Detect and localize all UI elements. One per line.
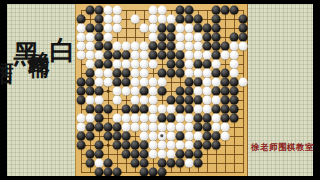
black-stone	[221, 87, 230, 96]
white-stone	[212, 60, 221, 69]
white-stone	[149, 123, 158, 132]
white-stone	[212, 114, 221, 123]
white-stone	[104, 24, 113, 33]
black-stone	[185, 78, 194, 87]
black-stone	[185, 6, 194, 15]
black-stone	[176, 6, 185, 15]
white-stone	[185, 159, 194, 168]
black-stone	[194, 24, 203, 33]
black-stone	[104, 159, 113, 168]
black-stone	[158, 87, 167, 96]
black-stone	[86, 6, 95, 15]
black-stone	[77, 141, 86, 150]
black-stone	[221, 6, 230, 15]
white-stone	[149, 60, 158, 69]
white-stone	[95, 159, 104, 168]
black-stone	[122, 105, 131, 114]
black-stone	[239, 24, 248, 33]
classroom-watermark: 徐老师围棋教室	[251, 142, 314, 154]
black-stone	[203, 141, 212, 150]
black-stone	[194, 123, 203, 132]
white-stone	[131, 15, 140, 24]
black-stone	[212, 105, 221, 114]
white-stone	[140, 69, 149, 78]
black-stone	[167, 24, 176, 33]
white-stone	[113, 42, 122, 51]
white-stone	[104, 6, 113, 15]
white-stone	[95, 96, 104, 105]
black-stone	[113, 69, 122, 78]
black-stone	[176, 51, 185, 60]
black-stone	[185, 96, 194, 105]
black-stone	[95, 15, 104, 24]
black-stone	[140, 159, 149, 168]
black-stone	[95, 150, 104, 159]
white-stone	[113, 87, 122, 96]
black-stone	[167, 51, 176, 60]
white-stone	[131, 96, 140, 105]
black-stone	[113, 132, 122, 141]
white-stone	[77, 51, 86, 60]
white-stone	[113, 96, 122, 105]
white-stone	[194, 105, 203, 114]
white-stone	[185, 132, 194, 141]
star-point	[107, 144, 110, 147]
white-stone	[122, 60, 131, 69]
white-stone	[176, 42, 185, 51]
black-stone	[95, 123, 104, 132]
black-stone	[194, 78, 203, 87]
white-stone	[185, 69, 194, 78]
white-stone	[122, 114, 131, 123]
white-stone	[149, 114, 158, 123]
black-stone	[86, 150, 95, 159]
white-stone	[194, 69, 203, 78]
black-stone	[203, 24, 212, 33]
black-stone	[194, 15, 203, 24]
white-stone	[77, 123, 86, 132]
black-stone	[149, 51, 158, 60]
black-stone	[77, 132, 86, 141]
white-stone	[185, 123, 194, 132]
black-stone	[212, 51, 221, 60]
black-stone	[86, 78, 95, 87]
white-stone	[131, 60, 140, 69]
black-stone	[212, 24, 221, 33]
white-stone	[194, 87, 203, 96]
black-stone	[194, 159, 203, 168]
white-stone	[149, 15, 158, 24]
white-stone	[86, 42, 95, 51]
black-stone	[176, 105, 185, 114]
white-player-name: 赖均辅	[29, 34, 50, 43]
white-stone	[158, 6, 167, 15]
black-stone	[77, 15, 86, 24]
white-stone	[122, 42, 131, 51]
white-stone	[104, 15, 113, 24]
white-stone	[194, 33, 203, 42]
white-stone	[149, 87, 158, 96]
black-stone	[95, 105, 104, 114]
black-stone	[185, 15, 194, 24]
white-stone	[149, 24, 158, 33]
black-stone	[230, 6, 239, 15]
black-stone	[77, 96, 86, 105]
black-stone	[131, 141, 140, 150]
black-stone	[176, 96, 185, 105]
black-stone	[212, 132, 221, 141]
black-stone	[203, 132, 212, 141]
black-stone	[230, 105, 239, 114]
black-stone	[167, 159, 176, 168]
black-stone	[86, 105, 95, 114]
black-stone	[203, 60, 212, 69]
white-stone	[104, 78, 113, 87]
white-stone	[212, 78, 221, 87]
white-stone	[104, 33, 113, 42]
white-stone	[230, 51, 239, 60]
white-stone	[113, 114, 122, 123]
black-stone	[122, 51, 131, 60]
white-stone	[113, 24, 122, 33]
white-stone	[239, 78, 248, 87]
white-stone	[131, 69, 140, 78]
white-stone	[95, 69, 104, 78]
black-stone	[113, 123, 122, 132]
black-stone	[95, 6, 104, 15]
black-stone	[176, 132, 185, 141]
white-stone	[77, 114, 86, 123]
black-stone	[176, 150, 185, 159]
white-stone	[86, 114, 95, 123]
black-stone	[113, 78, 122, 87]
letterbox-bottom	[0, 176, 320, 180]
black-stone	[104, 132, 113, 141]
white-stone	[140, 132, 149, 141]
screenshot-stage: 黑 柯洁 白 赖均辅 徐老师围棋教室	[0, 0, 320, 180]
black-stone	[176, 60, 185, 69]
black-stone	[221, 69, 230, 78]
white-stone	[176, 33, 185, 42]
white-stone	[104, 69, 113, 78]
white-stone	[149, 105, 158, 114]
white-stone	[149, 132, 158, 141]
white-stone	[203, 69, 212, 78]
white-stone	[140, 78, 149, 87]
white-stone	[149, 78, 158, 87]
black-stone	[122, 78, 131, 87]
black-stone	[95, 141, 104, 150]
white-stone	[158, 150, 167, 159]
white-stone	[203, 87, 212, 96]
black-stone	[158, 33, 167, 42]
black-stone	[212, 141, 221, 150]
black-stone	[158, 24, 167, 33]
black-stone	[221, 78, 230, 87]
black-stone	[158, 159, 167, 168]
black-stone	[203, 114, 212, 123]
white-stone	[194, 51, 203, 60]
black-stone	[230, 78, 239, 87]
go-grid	[81, 10, 244, 173]
black-stone	[167, 42, 176, 51]
white-stone	[221, 123, 230, 132]
white-stone	[203, 105, 212, 114]
black-stone	[176, 15, 185, 24]
black-stone	[158, 42, 167, 51]
go-board	[76, 3, 247, 176]
black-stone	[104, 51, 113, 60]
black-stone	[77, 87, 86, 96]
white-stone	[158, 105, 167, 114]
black-stone	[167, 69, 176, 78]
black-stone	[194, 141, 203, 150]
black-stone	[86, 87, 95, 96]
black-stone	[95, 87, 104, 96]
white-stone	[149, 6, 158, 15]
white-stone	[140, 60, 149, 69]
white-stone	[230, 69, 239, 78]
white-stone	[77, 42, 86, 51]
white-stone	[176, 141, 185, 150]
white-stone	[203, 78, 212, 87]
black-stone	[122, 150, 131, 159]
white-stone	[194, 42, 203, 51]
white-stone	[149, 33, 158, 42]
white-stone	[149, 141, 158, 150]
white-stone	[239, 42, 248, 51]
white-stone	[95, 78, 104, 87]
white-stone	[122, 123, 131, 132]
white-stone	[230, 42, 239, 51]
white-stone	[176, 24, 185, 33]
white-stone	[167, 15, 176, 24]
white-stone	[203, 51, 212, 60]
black-stone	[158, 114, 167, 123]
white-stone	[212, 96, 221, 105]
black-stone	[203, 33, 212, 42]
black-stone	[230, 33, 239, 42]
white-stone	[185, 60, 194, 69]
black-stone	[185, 105, 194, 114]
white-stone	[203, 96, 212, 105]
white-stone	[77, 24, 86, 33]
black-stone	[131, 159, 140, 168]
last-move-marker	[161, 135, 164, 138]
black-stone	[140, 105, 149, 114]
black-stone	[104, 60, 113, 69]
white-stone	[86, 33, 95, 42]
white-stone	[185, 33, 194, 42]
black-stone	[212, 33, 221, 42]
white-stone	[176, 123, 185, 132]
black-stone	[158, 69, 167, 78]
black-stone	[86, 159, 95, 168]
black-stone	[140, 87, 149, 96]
white-stone	[167, 123, 176, 132]
black-stone	[95, 60, 104, 69]
black-stone	[95, 24, 104, 33]
white-stone	[131, 114, 140, 123]
white-stone	[149, 150, 158, 159]
black-stone	[194, 150, 203, 159]
black-stone	[158, 51, 167, 60]
white-player-column: 白 赖均辅	[44, 16, 76, 43]
black-side-label: 黑	[12, 22, 42, 26]
black-stone	[77, 78, 86, 87]
black-stone	[104, 42, 113, 51]
white-stone	[86, 96, 95, 105]
white-stone	[122, 87, 131, 96]
black-stone	[95, 33, 104, 42]
white-stone	[131, 42, 140, 51]
black-stone	[212, 42, 221, 51]
black-stone	[212, 15, 221, 24]
white-stone	[185, 24, 194, 33]
black-stone	[230, 96, 239, 105]
white-side-label: 白	[48, 16, 78, 20]
white-stone	[221, 51, 230, 60]
black-stone	[239, 33, 248, 42]
white-stone	[167, 141, 176, 150]
black-stone	[122, 69, 131, 78]
black-stone	[194, 114, 203, 123]
white-stone	[113, 15, 122, 24]
black-stone	[212, 69, 221, 78]
white-stone	[158, 141, 167, 150]
black-stone	[221, 42, 230, 51]
black-stone	[95, 42, 104, 51]
white-stone	[95, 51, 104, 60]
white-stone	[158, 15, 167, 24]
white-stone	[86, 51, 95, 60]
black-stone	[230, 87, 239, 96]
black-stone	[86, 24, 95, 33]
white-stone	[194, 132, 203, 141]
white-stone	[158, 123, 167, 132]
white-stone	[131, 78, 140, 87]
black-stone	[140, 141, 149, 150]
black-stone	[176, 159, 185, 168]
black-stone	[113, 141, 122, 150]
black-stone	[212, 6, 221, 15]
white-stone	[140, 42, 149, 51]
black-player-name: 柯洁	[0, 44, 14, 50]
white-stone	[185, 51, 194, 60]
black-stone	[221, 114, 230, 123]
black-stone	[86, 69, 95, 78]
star-point	[107, 90, 110, 93]
white-stone	[185, 42, 194, 51]
white-stone	[212, 123, 221, 132]
black-stone	[167, 33, 176, 42]
white-stone	[86, 60, 95, 69]
black-stone	[194, 96, 203, 105]
black-stone	[104, 123, 113, 132]
black-stone	[167, 114, 176, 123]
white-stone	[140, 114, 149, 123]
black-stone	[203, 123, 212, 132]
white-stone	[140, 24, 149, 33]
black-stone	[104, 105, 113, 114]
black-stone	[113, 51, 122, 60]
white-stone	[113, 60, 122, 69]
white-stone	[158, 78, 167, 87]
black-stone	[185, 150, 194, 159]
black-stone	[86, 123, 95, 132]
white-stone	[185, 141, 194, 150]
black-stone	[239, 15, 248, 24]
white-stone	[230, 60, 239, 69]
black-stone	[95, 114, 104, 123]
white-stone	[149, 96, 158, 105]
black-stone	[176, 87, 185, 96]
white-stone	[158, 132, 167, 141]
white-stone	[167, 132, 176, 141]
white-stone	[167, 150, 176, 159]
white-stone	[221, 132, 230, 141]
black-stone	[167, 60, 176, 69]
white-stone	[140, 96, 149, 105]
black-stone	[86, 132, 95, 141]
white-stone	[140, 123, 149, 132]
black-stone	[194, 60, 203, 69]
black-stone	[176, 69, 185, 78]
white-stone	[113, 6, 122, 15]
black-stone	[185, 87, 194, 96]
white-stone	[131, 87, 140, 96]
black-stone	[221, 105, 230, 114]
white-stone	[167, 105, 176, 114]
white-stone	[185, 114, 194, 123]
black-stone	[131, 150, 140, 159]
black-stone	[167, 96, 176, 105]
white-stone	[140, 51, 149, 60]
white-stone	[131, 51, 140, 60]
white-stone	[131, 123, 140, 132]
letterbox-top	[0, 0, 320, 4]
white-stone	[77, 33, 86, 42]
black-stone	[122, 141, 131, 150]
black-stone	[131, 105, 140, 114]
black-stone	[212, 87, 221, 96]
black-stone	[221, 96, 230, 105]
black-stone	[203, 42, 212, 51]
black-stone	[140, 150, 149, 159]
black-stone	[122, 132, 131, 141]
white-stone	[176, 114, 185, 123]
black-stone	[149, 42, 158, 51]
black-stone	[230, 114, 239, 123]
